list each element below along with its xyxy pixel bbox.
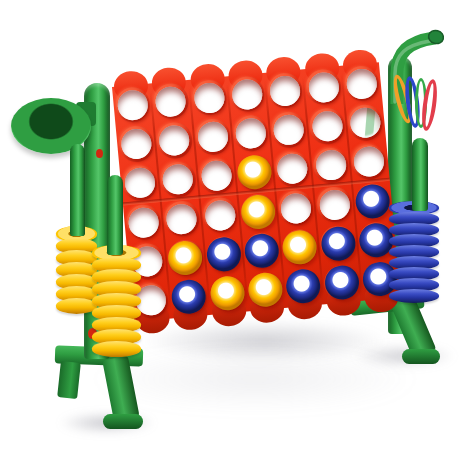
cell-r4c1 <box>123 201 165 244</box>
yellow-disc <box>240 193 277 230</box>
empty-hole <box>314 149 347 182</box>
empty-hole <box>200 160 233 193</box>
empty-hole <box>235 117 268 150</box>
empty-hole <box>120 128 153 161</box>
cell-r1c6 <box>303 66 345 109</box>
blue-disc <box>243 232 280 269</box>
empty-hole <box>269 74 302 107</box>
cell-r3c1 <box>119 162 161 205</box>
empty-hole <box>273 113 306 146</box>
left-rear-peg <box>70 144 85 236</box>
cell-r4c6 <box>314 183 356 226</box>
empty-hole <box>193 81 226 114</box>
cell-r6c4 <box>245 269 287 312</box>
cell-r2c1 <box>116 123 158 166</box>
cell-r1c3 <box>188 76 230 119</box>
cell-r1c4 <box>226 73 268 116</box>
yellow-ring <box>92 341 141 357</box>
cell-r1c7 <box>341 62 383 105</box>
empty-hole <box>318 188 351 221</box>
connect-four-product-photo <box>0 0 465 465</box>
empty-hole <box>155 85 188 118</box>
empty-hole <box>311 110 344 143</box>
cell-r1c2 <box>150 80 192 123</box>
cell-r3c7 <box>348 141 390 184</box>
cell-r2c5 <box>268 108 310 151</box>
cell-r6c6 <box>321 262 363 305</box>
blue-disc <box>320 225 357 262</box>
blue-ring-stack <box>389 201 439 303</box>
empty-hole <box>124 167 157 200</box>
cell-r4c7 <box>352 180 394 223</box>
empty-hole <box>158 124 191 157</box>
cell-r5c2 <box>165 237 207 280</box>
red-knob-upper <box>96 149 103 158</box>
blue-ring <box>389 289 439 303</box>
yellow-disc <box>281 229 318 266</box>
blue-disc <box>354 183 391 220</box>
cell-r6c3 <box>206 272 248 315</box>
cell-r5c6 <box>317 222 359 265</box>
yellow-disc <box>167 239 204 276</box>
empty-hole <box>345 67 378 100</box>
board-grid <box>112 62 401 322</box>
yellow-ring-stack-front <box>92 245 141 357</box>
left-rear-leg <box>57 361 81 399</box>
blue-disc <box>171 279 208 316</box>
yellow-disc <box>247 272 284 309</box>
cell-r3c5 <box>272 148 314 191</box>
cell-r3c4 <box>234 151 276 194</box>
yellow-ring <box>56 298 97 314</box>
connect-four-board <box>112 62 401 322</box>
empty-hole <box>196 121 229 154</box>
blue-disc <box>205 236 242 273</box>
cell-r3c6 <box>310 144 352 187</box>
cell-r4c4 <box>237 190 279 233</box>
empty-hole <box>280 192 313 225</box>
empty-hole <box>117 88 150 121</box>
cell-r4c3 <box>199 194 241 237</box>
cell-r3c2 <box>157 158 199 201</box>
blue-disc <box>323 264 360 301</box>
empty-hole <box>166 202 199 235</box>
cell-r3c3 <box>196 155 238 198</box>
empty-hole <box>204 199 237 232</box>
cell-r2c6 <box>306 105 348 148</box>
cell-r1c5 <box>264 69 306 112</box>
empty-hole <box>127 206 160 239</box>
left-foot <box>103 414 143 429</box>
yellow-disc <box>209 275 246 312</box>
cell-r4c5 <box>275 187 317 230</box>
empty-hole <box>349 106 382 139</box>
cell-r2c4 <box>230 112 272 155</box>
empty-hole <box>307 71 340 104</box>
yellow-disc <box>236 154 273 191</box>
cell-r2c7 <box>344 101 386 144</box>
right-peg <box>412 138 428 211</box>
toss-rings <box>396 72 448 138</box>
empty-hole <box>231 78 264 111</box>
left-front-peg <box>107 175 123 255</box>
blue-disc <box>285 268 322 305</box>
right-foot <box>402 349 440 364</box>
cell-r6c2 <box>168 276 210 319</box>
cell-r4c2 <box>161 197 203 240</box>
empty-hole <box>162 163 195 196</box>
cell-r2c3 <box>192 116 234 159</box>
yellow-ring-stack-rear <box>56 226 97 314</box>
cell-r5c5 <box>279 226 321 269</box>
cell-r5c3 <box>203 233 245 276</box>
empty-hole <box>353 146 386 179</box>
empty-hole <box>276 153 309 186</box>
cell-r2c2 <box>154 119 196 162</box>
cell-r6c5 <box>283 265 325 308</box>
cell-r1c1 <box>112 83 154 126</box>
cell-r5c4 <box>241 230 283 273</box>
